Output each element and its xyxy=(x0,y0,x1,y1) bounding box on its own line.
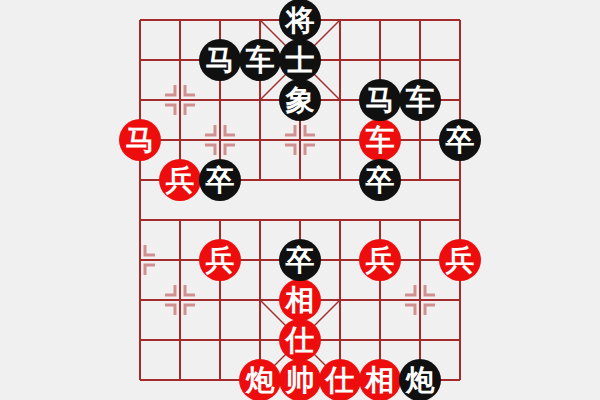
piece-red-soldier[interactable]: 兵 xyxy=(439,239,481,281)
piece-red-horse[interactable]: 马 xyxy=(119,119,161,161)
piece-red-advisor[interactable]: 仕 xyxy=(279,319,321,361)
piece-black-advisor[interactable]: 士 xyxy=(279,39,321,81)
piece-red-soldier[interactable]: 兵 xyxy=(159,159,201,201)
piece-red-advisor[interactable]: 仕 xyxy=(319,359,361,400)
piece-black-cannon[interactable]: 炮 xyxy=(399,359,441,400)
piece-black-horse[interactable]: 马 xyxy=(199,39,241,81)
piece-red-elephant[interactable]: 相 xyxy=(279,279,321,321)
piece-black-soldier[interactable]: 卒 xyxy=(439,119,481,161)
piece-black-elephant[interactable]: 象 xyxy=(279,79,321,121)
piece-red-general[interactable]: 帅 xyxy=(279,359,321,400)
xiangqi-board[interactable]: 马车兵兵兵兵相仕炮帅仕相将马车士象马车卒卒卒卒炮 xyxy=(0,0,600,400)
piece-black-soldier[interactable]: 卒 xyxy=(199,159,241,201)
piece-red-soldier[interactable]: 兵 xyxy=(359,239,401,281)
piece-red-soldier[interactable]: 兵 xyxy=(199,239,241,281)
pieces-layer: 马车兵兵兵兵相仕炮帅仕相将马车士象马车卒卒卒卒炮 xyxy=(0,0,600,400)
piece-black-horse[interactable]: 马 xyxy=(359,79,401,121)
piece-red-cannon[interactable]: 炮 xyxy=(239,359,281,400)
piece-red-chariot[interactable]: 车 xyxy=(359,119,401,161)
piece-black-soldier[interactable]: 卒 xyxy=(279,239,321,281)
piece-black-chariot[interactable]: 车 xyxy=(399,79,441,121)
piece-black-general[interactable]: 将 xyxy=(279,0,321,41)
xiangqi-app-background: 马车兵兵兵兵相仕炮帅仕相将马车士象马车卒卒卒卒炮 xyxy=(0,0,600,400)
piece-red-elephant[interactable]: 相 xyxy=(359,359,401,400)
piece-black-chariot[interactable]: 车 xyxy=(239,39,281,81)
piece-black-soldier[interactable]: 卒 xyxy=(359,159,401,201)
